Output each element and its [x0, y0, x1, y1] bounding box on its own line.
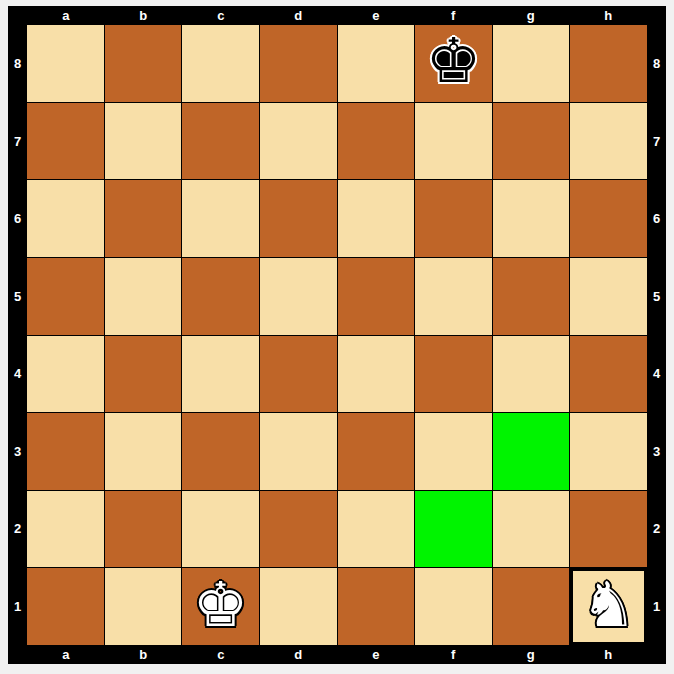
square-f7[interactable] — [415, 103, 492, 180]
square-b4[interactable] — [105, 336, 182, 413]
square-c7[interactable] — [182, 103, 259, 180]
square-h1[interactable]: ♞ — [570, 568, 647, 645]
square-a7[interactable] — [27, 103, 104, 180]
rank-labels-right: 87654321 — [647, 25, 666, 645]
file-labels-top: abcdefgh — [27, 6, 647, 25]
rank-label-left-3: 3 — [8, 413, 27, 491]
file-label-bottom-b: b — [105, 645, 183, 664]
square-f4[interactable] — [415, 336, 492, 413]
square-b8[interactable] — [105, 25, 182, 102]
chess-app-page: abcdefgh abcdefgh 87654321 87654321 ♚♚♞ — [0, 0, 674, 674]
square-g6[interactable] — [493, 180, 570, 257]
square-a5[interactable] — [27, 258, 104, 335]
file-label-top-f: f — [415, 6, 493, 25]
square-d3[interactable] — [260, 413, 337, 490]
square-e2[interactable] — [338, 491, 415, 568]
square-e5[interactable] — [338, 258, 415, 335]
square-c1[interactable]: ♚ — [182, 568, 259, 645]
file-label-top-b: b — [105, 6, 183, 25]
square-b3[interactable] — [105, 413, 182, 490]
file-label-bottom-d: d — [260, 645, 338, 664]
square-f3[interactable] — [415, 413, 492, 490]
rank-label-left-8: 8 — [8, 25, 27, 103]
rank-label-right-7: 7 — [647, 103, 666, 181]
square-h7[interactable] — [570, 103, 647, 180]
rank-label-right-5: 5 — [647, 258, 666, 336]
rank-label-right-4: 4 — [647, 335, 666, 413]
file-label-top-c: c — [182, 6, 260, 25]
square-e3[interactable] — [338, 413, 415, 490]
square-g5[interactable] — [493, 258, 570, 335]
square-f1[interactable] — [415, 568, 492, 645]
rank-label-right-3: 3 — [647, 413, 666, 491]
square-a6[interactable] — [27, 180, 104, 257]
rank-label-right-8: 8 — [647, 25, 666, 103]
rank-label-right-6: 6 — [647, 180, 666, 258]
square-d8[interactable] — [260, 25, 337, 102]
rank-label-left-4: 4 — [8, 335, 27, 413]
square-d7[interactable] — [260, 103, 337, 180]
square-h8[interactable] — [570, 25, 647, 102]
square-g8[interactable] — [493, 25, 570, 102]
square-c3[interactable] — [182, 413, 259, 490]
square-a2[interactable] — [27, 491, 104, 568]
square-g1[interactable] — [493, 568, 570, 645]
square-b7[interactable] — [105, 103, 182, 180]
square-c6[interactable] — [182, 180, 259, 257]
black-king[interactable]: ♚ — [426, 30, 482, 92]
square-c5[interactable] — [182, 258, 259, 335]
square-b1[interactable] — [105, 568, 182, 645]
square-b2[interactable] — [105, 491, 182, 568]
square-c8[interactable] — [182, 25, 259, 102]
square-e4[interactable] — [338, 336, 415, 413]
rank-labels-left: 87654321 — [8, 25, 27, 645]
square-d5[interactable] — [260, 258, 337, 335]
rank-label-left-5: 5 — [8, 258, 27, 336]
rank-label-left-6: 6 — [8, 180, 27, 258]
rank-label-left-7: 7 — [8, 103, 27, 181]
square-d2[interactable] — [260, 491, 337, 568]
square-c2[interactable] — [182, 491, 259, 568]
square-a1[interactable] — [27, 568, 104, 645]
file-label-bottom-a: a — [27, 645, 105, 664]
board-frame: abcdefgh abcdefgh 87654321 87654321 ♚♚♞ — [8, 6, 666, 664]
square-h6[interactable] — [570, 180, 647, 257]
file-label-bottom-h: h — [570, 645, 648, 664]
file-label-top-g: g — [492, 6, 570, 25]
chess-board: ♚♚♞ — [27, 25, 647, 645]
square-a8[interactable] — [27, 25, 104, 102]
rank-label-right-1: 1 — [647, 568, 666, 646]
square-h5[interactable] — [570, 258, 647, 335]
square-g7[interactable] — [493, 103, 570, 180]
file-label-bottom-e: e — [337, 645, 415, 664]
square-g2[interactable] — [493, 491, 570, 568]
square-d6[interactable] — [260, 180, 337, 257]
square-e1[interactable] — [338, 568, 415, 645]
square-h4[interactable] — [570, 336, 647, 413]
file-label-top-a: a — [27, 6, 105, 25]
square-f8[interactable]: ♚ — [415, 25, 492, 102]
square-f6[interactable] — [415, 180, 492, 257]
square-f5[interactable] — [415, 258, 492, 335]
square-a3[interactable] — [27, 413, 104, 490]
square-h2[interactable] — [570, 491, 647, 568]
square-b5[interactable] — [105, 258, 182, 335]
file-label-bottom-f: f — [415, 645, 493, 664]
rank-label-right-2: 2 — [647, 490, 666, 568]
white-knight[interactable]: ♞ — [581, 574, 637, 636]
file-label-top-d: d — [260, 6, 338, 25]
white-king[interactable]: ♚ — [193, 574, 249, 636]
square-e6[interactable] — [338, 180, 415, 257]
file-label-top-h: h — [570, 6, 648, 25]
square-h3[interactable] — [570, 413, 647, 490]
file-labels-bottom: abcdefgh — [27, 645, 647, 664]
square-a4[interactable] — [27, 336, 104, 413]
square-e7[interactable] — [338, 103, 415, 180]
square-f2[interactable] — [415, 491, 492, 568]
square-b6[interactable] — [105, 180, 182, 257]
square-g3[interactable] — [493, 413, 570, 490]
rank-label-left-2: 2 — [8, 490, 27, 568]
file-label-top-e: e — [337, 6, 415, 25]
square-g4[interactable] — [493, 336, 570, 413]
file-label-bottom-g: g — [492, 645, 570, 664]
square-c4[interactable] — [182, 336, 259, 413]
square-e8[interactable] — [338, 25, 415, 102]
square-d1[interactable] — [260, 568, 337, 645]
square-d4[interactable] — [260, 336, 337, 413]
rank-label-left-1: 1 — [8, 568, 27, 646]
file-label-bottom-c: c — [182, 645, 260, 664]
